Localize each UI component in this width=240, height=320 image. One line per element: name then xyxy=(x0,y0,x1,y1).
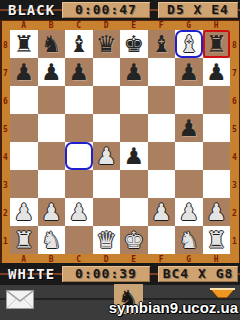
rank-label-2: 2 xyxy=(1,199,10,227)
rank-labels-left: 87654321 xyxy=(1,31,10,255)
square-d2[interactable] xyxy=(93,198,121,226)
square-d4[interactable]: ♟ xyxy=(93,142,121,170)
black-knight: ♞ xyxy=(41,33,62,56)
square-c8[interactable]: ♝ xyxy=(65,30,93,58)
file-labels-top: ABCDEFGH xyxy=(10,22,230,30)
square-h5[interactable] xyxy=(203,114,231,142)
white-bishop: ♝ xyxy=(178,33,199,56)
rank-label-7: 7 xyxy=(1,59,10,87)
rank-label-4: 4 xyxy=(1,143,10,171)
black-last-move: D5 X E4 xyxy=(158,2,238,18)
white-king: ♚ xyxy=(123,229,144,252)
square-e7[interactable]: ♟ xyxy=(120,58,148,86)
white-rook: ♜ xyxy=(13,229,34,252)
square-c6[interactable] xyxy=(65,86,93,114)
file-label-g: G xyxy=(175,22,203,30)
file-label-e: E xyxy=(120,22,148,30)
file-label-h: H xyxy=(203,22,231,30)
white-rook: ♜ xyxy=(206,229,227,252)
rank-label-5: 5 xyxy=(1,115,10,143)
rank-label-2: 2 xyxy=(230,199,239,227)
rank-label-4: 4 xyxy=(230,143,239,171)
white-status-bar: WHITE 0:00:39 BC4 X G8 xyxy=(0,263,240,285)
black-bishop: ♝ xyxy=(151,33,172,56)
square-a6[interactable] xyxy=(10,86,38,114)
black-pawn: ♟ xyxy=(123,61,144,84)
square-f1[interactable] xyxy=(148,226,176,254)
black-pawn: ♟ xyxy=(68,61,89,84)
square-a7[interactable]: ♟ xyxy=(10,58,38,86)
watermark-text: symbian9.ucoz.ua xyxy=(109,299,238,316)
square-g6[interactable] xyxy=(175,86,203,114)
rank-label-3: 3 xyxy=(230,171,239,199)
square-b7[interactable]: ♟ xyxy=(38,58,66,86)
rank-label-3: 3 xyxy=(1,171,10,199)
white-knight: ♞ xyxy=(41,229,62,252)
black-rook: ♜ xyxy=(206,33,227,56)
black-pawn: ♟ xyxy=(206,61,227,84)
bottom-dock: ♞ symbian9.ucoz.ua xyxy=(0,285,240,320)
square-h2[interactable]: ♟ xyxy=(203,198,231,226)
square-f7[interactable] xyxy=(148,58,176,86)
square-f2[interactable]: ♟ xyxy=(148,198,176,226)
white-last-move: BC4 X G8 xyxy=(158,266,238,282)
square-c4[interactable] xyxy=(65,142,93,170)
square-c1[interactable] xyxy=(65,226,93,254)
white-pawn: ♟ xyxy=(151,201,172,224)
file-label-d: D xyxy=(93,22,121,30)
square-b3[interactable] xyxy=(38,170,66,198)
white-pawn: ♟ xyxy=(206,201,227,224)
square-d1[interactable]: ♛ xyxy=(93,226,121,254)
black-pawn: ♟ xyxy=(178,61,199,84)
square-d3[interactable] xyxy=(93,170,121,198)
square-d8[interactable]: ♛ xyxy=(93,30,121,58)
square-a8[interactable]: ♜ xyxy=(10,30,38,58)
square-e8[interactable]: ♚ xyxy=(120,30,148,58)
square-h3[interactable] xyxy=(203,170,231,198)
square-e2[interactable] xyxy=(120,198,148,226)
square-h1[interactable]: ♜ xyxy=(203,226,231,254)
square-e4[interactable]: ♟ xyxy=(120,142,148,170)
white-queen: ♛ xyxy=(96,229,117,252)
rank-label-5: 5 xyxy=(230,115,239,143)
black-queen: ♛ xyxy=(96,33,117,56)
rank-label-1: 1 xyxy=(230,227,239,255)
square-e1[interactable]: ♚ xyxy=(120,226,148,254)
black-pawn: ♟ xyxy=(13,61,34,84)
white-knight: ♞ xyxy=(178,229,199,252)
square-b6[interactable] xyxy=(38,86,66,114)
square-h8[interactable]: ♜ xyxy=(203,30,231,58)
file-label-c: C xyxy=(65,22,93,30)
square-h6[interactable] xyxy=(203,86,231,114)
white-pawn: ♟ xyxy=(96,145,117,168)
black-bishop: ♝ xyxy=(68,33,89,56)
white-pawn: ♟ xyxy=(13,201,34,224)
black-status-bar: BLACK 0:00:47 D5 X E4 xyxy=(0,0,240,20)
square-c3[interactable] xyxy=(65,170,93,198)
rank-label-8: 8 xyxy=(1,31,10,59)
square-g5[interactable]: ♟ xyxy=(175,114,203,142)
black-player-label: BLACK xyxy=(8,2,55,18)
square-f8[interactable]: ♝ xyxy=(148,30,176,58)
square-d7[interactable] xyxy=(93,58,121,86)
square-d5[interactable] xyxy=(93,114,121,142)
square-a1[interactable]: ♜ xyxy=(10,226,38,254)
square-f4[interactable] xyxy=(148,142,176,170)
black-king: ♚ xyxy=(123,33,144,56)
white-clock: 0:00:39 xyxy=(62,266,150,282)
rank-label-6: 6 xyxy=(230,87,239,115)
square-g4[interactable] xyxy=(175,142,203,170)
square-c2[interactable]: ♟ xyxy=(65,198,93,226)
square-g8[interactable]: ♝ xyxy=(175,30,203,58)
square-a5[interactable] xyxy=(10,114,38,142)
square-a3[interactable] xyxy=(10,170,38,198)
black-clock: 0:00:47 xyxy=(62,2,150,18)
square-e5[interactable] xyxy=(120,114,148,142)
square-a2[interactable]: ♟ xyxy=(10,198,38,226)
square-b4[interactable] xyxy=(38,142,66,170)
black-rook: ♜ xyxy=(13,33,34,56)
square-a4[interactable] xyxy=(10,142,38,170)
white-pawn: ♟ xyxy=(68,201,89,224)
square-g3[interactable] xyxy=(175,170,203,198)
square-h4[interactable] xyxy=(203,142,231,170)
square-b5[interactable] xyxy=(38,114,66,142)
file-label-b: B xyxy=(38,22,66,30)
black-pawn: ♟ xyxy=(41,61,62,84)
rank-labels-right: 87654321 xyxy=(230,31,239,255)
square-e3[interactable] xyxy=(120,170,148,198)
file-label-f: F xyxy=(148,22,176,30)
rank-label-7: 7 xyxy=(230,59,239,87)
square-c7[interactable]: ♟ xyxy=(65,58,93,86)
square-b8[interactable]: ♞ xyxy=(38,30,66,58)
white-player-label: WHITE xyxy=(8,266,55,282)
white-pawn: ♟ xyxy=(41,201,62,224)
white-pawn: ♟ xyxy=(178,201,199,224)
square-g2[interactable]: ♟ xyxy=(175,198,203,226)
square-g1[interactable]: ♞ xyxy=(175,226,203,254)
black-pawn: ♟ xyxy=(123,145,144,168)
board: ♜♞♝♛♚♝♝♜♟♟♟♟♟♟♟♟♟♟♟♟♟♟♟♜♞♛♚♞♜ xyxy=(10,30,230,254)
square-f3[interactable] xyxy=(148,170,176,198)
square-b1[interactable]: ♞ xyxy=(38,226,66,254)
file-label-a: A xyxy=(10,22,38,30)
rank-label-6: 6 xyxy=(1,87,10,115)
square-b2[interactable]: ♟ xyxy=(38,198,66,226)
envelope-icon[interactable] xyxy=(6,290,34,309)
frame-edge-right xyxy=(239,21,240,263)
square-f5[interactable] xyxy=(148,114,176,142)
rank-label-1: 1 xyxy=(1,227,10,255)
square-f6[interactable] xyxy=(148,86,176,114)
square-d6[interactable] xyxy=(93,86,121,114)
phone-screen: BLACK 0:00:47 D5 X E4 ABCDEFGH 87654321 … xyxy=(0,0,240,320)
rank-label-8: 8 xyxy=(230,31,239,59)
square-h7[interactable]: ♟ xyxy=(203,58,231,86)
black-pawn: ♟ xyxy=(178,117,199,140)
square-g7[interactable]: ♟ xyxy=(175,58,203,86)
square-e6[interactable] xyxy=(120,86,148,114)
square-c5[interactable] xyxy=(65,114,93,142)
